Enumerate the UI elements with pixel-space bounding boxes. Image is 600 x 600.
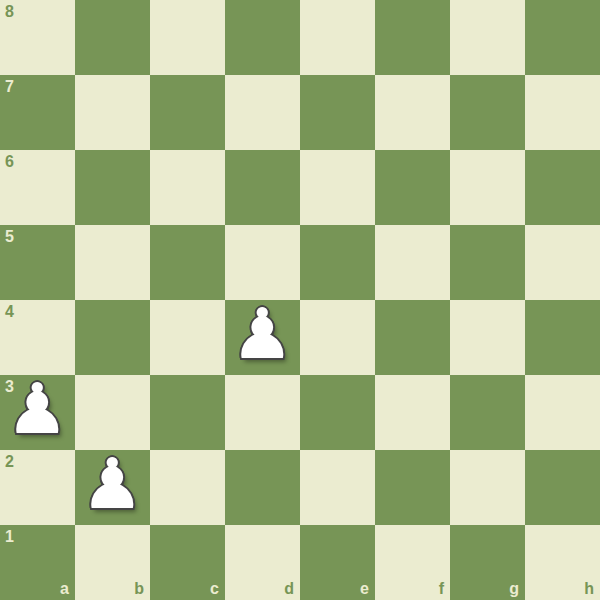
square-h8[interactable] — [525, 0, 600, 75]
square-d6[interactable] — [225, 150, 300, 225]
square-d1[interactable]: d — [225, 525, 300, 600]
square-b2[interactable]: ♟ — [75, 450, 150, 525]
square-c2[interactable] — [150, 450, 225, 525]
square-e4[interactable] — [300, 300, 375, 375]
rank-label-4: 4 — [5, 304, 14, 320]
file-label-g: g — [509, 581, 519, 597]
square-g6[interactable] — [450, 150, 525, 225]
square-b6[interactable] — [75, 150, 150, 225]
square-h7[interactable] — [525, 75, 600, 150]
square-c7[interactable] — [150, 75, 225, 150]
rank-label-8: 8 — [5, 4, 14, 20]
square-a4[interactable]: 4 — [0, 300, 75, 375]
square-b4[interactable] — [75, 300, 150, 375]
square-a6[interactable]: 6 — [0, 150, 75, 225]
chess-board: 87654♟3♟2♟1abcdefgh — [0, 0, 600, 600]
square-c8[interactable] — [150, 0, 225, 75]
rank-label-6: 6 — [5, 154, 14, 170]
square-g2[interactable] — [450, 450, 525, 525]
square-d8[interactable] — [225, 0, 300, 75]
square-d7[interactable] — [225, 75, 300, 150]
square-g8[interactable] — [450, 0, 525, 75]
square-c5[interactable] — [150, 225, 225, 300]
square-f4[interactable] — [375, 300, 450, 375]
square-d3[interactable] — [225, 375, 300, 450]
file-label-h: h — [584, 581, 594, 597]
square-d4[interactable]: ♟ — [225, 300, 300, 375]
square-g1[interactable]: g — [450, 525, 525, 600]
square-b7[interactable] — [75, 75, 150, 150]
file-label-d: d — [284, 581, 294, 597]
square-c4[interactable] — [150, 300, 225, 375]
square-c3[interactable] — [150, 375, 225, 450]
square-e3[interactable] — [300, 375, 375, 450]
square-g7[interactable] — [450, 75, 525, 150]
square-e2[interactable] — [300, 450, 375, 525]
square-g5[interactable] — [450, 225, 525, 300]
square-a7[interactable]: 7 — [0, 75, 75, 150]
file-label-a: a — [60, 581, 69, 597]
square-h2[interactable] — [525, 450, 600, 525]
square-f5[interactable] — [375, 225, 450, 300]
square-d5[interactable] — [225, 225, 300, 300]
square-e8[interactable] — [300, 0, 375, 75]
square-f2[interactable] — [375, 450, 450, 525]
white-pawn-b2[interactable]: ♟ — [81, 447, 144, 522]
rank-label-5: 5 — [5, 229, 14, 245]
square-h6[interactable] — [525, 150, 600, 225]
square-f3[interactable] — [375, 375, 450, 450]
square-e1[interactable]: e — [300, 525, 375, 600]
file-label-e: e — [360, 581, 369, 597]
square-b1[interactable]: b — [75, 525, 150, 600]
square-f7[interactable] — [375, 75, 450, 150]
square-f6[interactable] — [375, 150, 450, 225]
square-c1[interactable]: c — [150, 525, 225, 600]
file-label-b: b — [134, 581, 144, 597]
white-pawn-d4[interactable]: ♟ — [231, 297, 294, 372]
square-d2[interactable] — [225, 450, 300, 525]
square-f1[interactable]: f — [375, 525, 450, 600]
square-a1[interactable]: 1a — [0, 525, 75, 600]
square-e6[interactable] — [300, 150, 375, 225]
square-f8[interactable] — [375, 0, 450, 75]
square-h5[interactable] — [525, 225, 600, 300]
square-a3[interactable]: 3♟ — [0, 375, 75, 450]
rank-label-1: 1 — [5, 529, 14, 545]
square-e7[interactable] — [300, 75, 375, 150]
square-h1[interactable]: h — [525, 525, 600, 600]
white-pawn-a3[interactable]: ♟ — [6, 372, 69, 447]
file-label-c: c — [210, 581, 219, 597]
square-h3[interactable] — [525, 375, 600, 450]
square-g3[interactable] — [450, 375, 525, 450]
square-b8[interactable] — [75, 0, 150, 75]
rank-label-2: 2 — [5, 454, 14, 470]
file-label-f: f — [439, 581, 444, 597]
square-a5[interactable]: 5 — [0, 225, 75, 300]
square-g4[interactable] — [450, 300, 525, 375]
rank-label-7: 7 — [5, 79, 14, 95]
square-h4[interactable] — [525, 300, 600, 375]
square-a8[interactable]: 8 — [0, 0, 75, 75]
square-b5[interactable] — [75, 225, 150, 300]
square-e5[interactable] — [300, 225, 375, 300]
square-b3[interactable] — [75, 375, 150, 450]
square-a2[interactable]: 2 — [0, 450, 75, 525]
square-c6[interactable] — [150, 150, 225, 225]
